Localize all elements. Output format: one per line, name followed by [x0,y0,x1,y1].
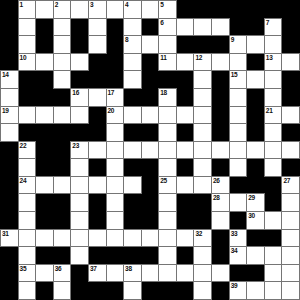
black-cell-r7c4 [71,124,88,141]
black-cell-r13c14 [247,230,264,247]
white-cell-r8c12[interactable] [212,142,229,159]
clue-number: 35 [20,265,27,272]
white-cell-r0c5[interactable]: 3 [89,1,106,18]
clue-number: 2 [55,1,58,8]
black-cell-r11c0 [1,194,18,211]
white-cell-r11c6[interactable] [107,194,124,211]
white-cell-r8c10[interactable] [177,142,194,159]
black-cell-r11c11 [194,194,211,211]
white-cell-r14c15[interactable] [265,247,282,264]
black-cell-r11c8 [142,194,159,211]
black-cell-r16c4 [71,282,88,299]
white-cell-r10c4[interactable] [71,177,88,194]
white-cell-r0c6[interactable] [107,1,124,18]
clue-number: 23 [72,142,79,149]
white-cell-r13c5[interactable] [89,230,106,247]
white-cell-r2c15[interactable] [265,36,282,53]
black-cell-r12c8 [142,212,159,229]
clue-number: 21 [266,107,273,114]
black-cell-r10c14 [247,177,264,194]
black-cell-r9c5 [89,159,106,176]
white-cell-r15c6[interactable] [107,265,124,282]
white-cell-r13c13[interactable]: 33 [230,230,247,247]
white-cell-r12c9[interactable] [159,212,176,229]
white-cell-r7c13[interactable] [230,124,247,141]
white-cell-r15c8[interactable] [142,265,159,282]
black-cell-r0c13 [230,1,247,18]
black-cell-r1c16 [282,19,299,36]
black-cell-r4c6 [107,71,124,88]
white-cell-r0c7[interactable]: 4 [124,1,141,18]
black-cell-r14c8 [142,247,159,264]
black-cell-r8c2 [36,142,53,159]
white-cell-r6c16[interactable] [282,107,299,124]
clue-number: 8 [125,36,128,43]
white-cell-r12c14[interactable]: 30 [247,212,264,229]
white-cell-r16c15[interactable] [265,282,282,299]
white-cell-r12c4[interactable] [71,212,88,229]
clue-number: 39 [231,282,238,289]
white-cell-r14c11[interactable] [194,247,211,264]
black-cell-r14c2 [36,247,53,264]
white-cell-r10c7[interactable] [124,177,141,194]
clue-number: 5 [160,1,163,8]
black-cell-r5c8 [142,89,159,106]
black-cell-r14c7 [124,247,141,264]
black-cell-r12c10 [177,212,194,229]
white-cell-r8c15[interactable] [265,142,282,159]
black-cell-r9c10 [177,159,194,176]
white-cell-r16c1[interactable] [19,282,36,299]
white-cell-r3c7[interactable] [124,54,141,71]
clue-number: 19 [2,107,9,114]
black-cell-r12c5 [89,212,106,229]
white-cell-r16c11[interactable] [194,282,211,299]
white-cell-r15c9[interactable] [159,265,176,282]
white-cell-r15c5[interactable]: 37 [89,265,106,282]
white-cell-r1c5[interactable] [89,19,106,36]
white-cell-r13c3[interactable] [54,230,71,247]
black-cell-r0c0 [1,1,18,18]
white-cell-r14c13[interactable]: 34 [230,247,247,264]
black-cell-r5c12 [212,89,229,106]
white-cell-r1c9[interactable]: 6 [159,19,176,36]
white-cell-r13c1[interactable] [19,230,36,247]
black-cell-r16c0 [1,282,18,299]
clue-number: 3 [90,1,93,8]
white-cell-r2c5[interactable] [89,36,106,53]
black-cell-r12c0 [1,212,18,229]
black-cell-r14c12 [212,247,229,264]
white-cell-r13c6[interactable] [107,230,124,247]
white-cell-r4c11[interactable] [194,71,211,88]
black-cell-r7c5 [89,124,106,141]
white-cell-r11c14[interactable]: 29 [247,194,264,211]
black-cell-r7c10 [177,124,194,141]
white-cell-r0c3[interactable]: 2 [54,1,71,18]
clue-number: 27 [283,177,290,184]
black-cell-r1c4 [71,19,88,36]
white-cell-r5c9[interactable]: 18 [159,89,176,106]
black-cell-r16c10 [177,282,194,299]
black-cell-r15c13 [230,265,247,282]
white-cell-r3c12[interactable] [212,54,229,71]
white-cell-r6c4[interactable] [71,107,88,124]
white-cell-r2c13[interactable]: 9 [230,36,247,53]
black-cell-r3c6 [107,54,124,71]
white-cell-r12c12[interactable] [212,212,229,229]
white-cell-r2c3[interactable] [54,36,71,53]
black-cell-r11c5 [89,194,106,211]
white-cell-r13c9[interactable] [159,230,176,247]
black-cell-r2c16 [282,36,299,53]
white-cell-r5c5[interactable] [89,89,106,106]
black-cell-r9c2 [36,159,53,176]
black-cell-r10c15 [265,177,282,194]
clue-number: 11 [160,54,166,61]
clue-number: 7 [266,19,269,26]
black-cell-r3c5 [89,54,106,71]
white-cell-r5c11[interactable] [194,89,211,106]
clue-number: 18 [160,89,167,96]
black-cell-r16c8 [142,282,159,299]
black-cell-r11c7 [124,194,141,211]
white-cell-r0c2[interactable] [36,1,53,18]
black-cell-r3c8 [142,54,159,71]
black-cell-r6c12 [212,107,229,124]
white-cell-r9c1[interactable] [19,159,36,176]
white-cell-r7c9[interactable] [159,124,176,141]
black-cell-r13c15 [265,230,282,247]
white-cell-r14c16[interactable] [282,247,299,264]
white-cell-r6c11[interactable] [194,107,211,124]
black-cell-r4c16 [282,71,299,88]
white-cell-r6c10[interactable] [177,107,194,124]
white-cell-r0c4[interactable] [71,1,88,18]
white-cell-r10c12[interactable]: 26 [212,177,229,194]
black-cell-r16c12 [212,282,229,299]
white-cell-r5c6[interactable]: 17 [107,89,124,106]
white-cell-r15c12[interactable] [212,265,229,282]
black-cell-r9c0 [1,159,18,176]
white-cell-r6c15[interactable]: 21 [265,107,282,124]
black-cell-r10c8 [142,177,159,194]
clue-number: 38 [125,265,132,272]
white-cell-r8c5[interactable] [89,142,106,159]
white-cell-r11c4[interactable] [71,194,88,211]
clue-number: 36 [55,265,62,272]
white-cell-r11c12[interactable]: 28 [212,194,229,211]
black-cell-r0c12 [212,1,229,18]
white-cell-r13c8[interactable] [142,230,159,247]
white-cell-r4c0[interactable]: 14 [1,71,18,88]
white-cell-r14c4[interactable] [71,247,88,264]
clue-number: 1 [20,1,23,8]
white-cell-r3c3[interactable] [54,54,71,71]
white-cell-r10c5[interactable] [89,177,106,194]
white-cell-r6c3[interactable] [54,107,71,124]
white-cell-r2c9[interactable] [159,36,176,53]
white-cell-r13c7[interactable] [124,230,141,247]
black-cell-r7c1 [19,124,36,141]
white-cell-r6c2[interactable] [36,107,53,124]
black-cell-r7c14 [247,124,264,141]
white-cell-r1c1[interactable] [19,19,36,36]
white-cell-r6c0[interactable]: 19 [1,107,18,124]
white-cell-r7c0[interactable] [1,124,18,141]
white-cell-r3c10[interactable] [177,54,194,71]
clue-number: 10 [20,54,27,61]
black-cell-r1c0 [1,19,18,36]
white-cell-r13c4[interactable] [71,230,88,247]
white-cell-r10c16[interactable]: 27 [282,177,299,194]
white-cell-r6c7[interactable] [124,107,141,124]
white-cell-r8c13[interactable] [230,142,247,159]
black-cell-r11c3 [54,194,71,211]
white-cell-r10c2[interactable] [36,177,53,194]
white-cell-r11c1[interactable] [19,194,36,211]
white-cell-r6c8[interactable] [142,107,159,124]
white-cell-r8c14[interactable] [247,142,264,159]
white-cell-r10c9[interactable]: 25 [159,177,176,194]
white-cell-r12c15[interactable] [265,212,282,229]
black-cell-r16c6 [107,282,124,299]
white-cell-r10c10[interactable] [177,177,194,194]
white-cell-r15c3[interactable]: 36 [54,265,71,282]
white-cell-r3c13[interactable] [230,54,247,71]
black-cell-r9c16 [282,159,299,176]
white-cell-r1c3[interactable] [54,19,71,36]
black-cell-r16c5 [89,282,106,299]
black-cell-r5c10 [177,89,194,106]
black-cell-r5c2 [36,89,53,106]
clue-number: 25 [160,177,167,184]
black-cell-r6c5 [89,107,106,124]
clue-number: 29 [248,194,255,201]
white-cell-r0c1[interactable]: 1 [19,1,36,18]
white-cell-r15c16[interactable] [282,265,299,282]
white-cell-r2c1[interactable] [19,36,36,53]
clue-number: 14 [2,71,9,78]
white-cell-r0c8[interactable] [142,1,159,18]
clue-number: 24 [20,177,27,184]
black-cell-r0c11 [194,1,211,18]
white-cell-r9c6[interactable] [107,159,124,176]
black-cell-r2c4 [71,36,88,53]
white-cell-r12c6[interactable] [107,212,124,229]
white-cell-r7c6[interactable] [107,124,124,141]
white-cell-r9c13[interactable] [230,159,247,176]
white-cell-r6c1[interactable] [19,107,36,124]
black-cell-r4c12 [212,71,229,88]
white-cell-r12c1[interactable] [19,212,36,229]
white-cell-r1c10[interactable] [177,19,194,36]
black-cell-r10c0 [1,177,18,194]
white-cell-r13c11[interactable]: 32 [194,230,211,247]
white-cell-r9c15[interactable] [265,159,282,176]
black-cell-r13c12 [212,230,229,247]
white-cell-r10c3[interactable] [54,177,71,194]
black-cell-r5c7 [124,89,141,106]
black-cell-r0c14 [247,1,264,18]
black-cell-r14c6 [107,247,124,264]
black-cell-r3c14 [247,54,264,71]
white-cell-r16c7[interactable] [124,282,141,299]
black-cell-r15c4 [71,265,88,282]
clue-number: 31 [2,230,9,237]
white-cell-r1c11[interactable] [194,19,211,36]
white-cell-r2c8[interactable] [142,36,159,53]
white-cell-r4c3[interactable] [54,71,71,88]
white-cell-r9c9[interactable] [159,159,176,176]
white-cell-r10c1[interactable]: 24 [19,177,36,194]
white-cell-r5c13[interactable] [230,89,247,106]
white-cell-r14c1[interactable] [19,247,36,264]
black-cell-r0c16 [282,1,299,18]
white-cell-r13c16[interactable] [282,230,299,247]
clue-number: 22 [20,142,27,149]
white-cell-r2c7[interactable]: 8 [124,36,141,53]
black-cell-r9c7 [124,159,141,176]
white-cell-r8c1[interactable]: 22 [19,142,36,159]
clue-number: 13 [266,54,273,61]
black-cell-r2c11 [194,36,211,53]
white-cell-r6c9[interactable] [159,107,176,124]
black-cell-r11c2 [36,194,53,211]
white-cell-r5c4[interactable]: 16 [71,89,88,106]
black-cell-r0c15 [265,1,282,18]
black-cell-r9c14 [247,159,264,176]
black-cell-r10c13 [230,177,247,194]
clue-number: 32 [195,230,202,237]
black-cell-r14c5 [89,247,106,264]
black-cell-r12c2 [36,212,53,229]
white-cell-r10c11[interactable] [194,177,211,194]
black-cell-r14c10 [177,247,194,264]
white-cell-r10c6[interactable] [107,177,124,194]
white-cell-r8c9[interactable] [159,142,176,159]
black-cell-r6c14 [247,107,264,124]
white-cell-r15c2[interactable] [36,265,53,282]
white-cell-r7c15[interactable] [265,124,282,141]
white-cell-r8c8[interactable] [142,142,159,159]
black-cell-r5c1 [19,89,36,106]
black-cell-r2c2 [36,36,53,53]
black-cell-r12c11 [194,212,211,229]
white-cell-r11c9[interactable] [159,194,176,211]
clue-number: 33 [231,230,238,237]
clue-number: 28 [213,194,220,201]
white-cell-r15c15[interactable] [265,265,282,282]
white-cell-r14c9[interactable] [159,247,176,264]
white-cell-r13c2[interactable] [36,230,53,247]
black-cell-r5c3 [54,89,71,106]
black-cell-r12c13 [230,212,247,229]
clue-number: 26 [213,177,220,184]
white-cell-r13c10[interactable] [177,230,194,247]
black-cell-r4c8 [142,71,159,88]
clue-number: 16 [72,89,79,96]
white-cell-r8c16[interactable] [282,142,299,159]
black-cell-r1c8 [142,19,159,36]
white-cell-r8c11[interactable] [194,142,211,159]
black-cell-r9c12 [212,159,229,176]
white-cell-r11c13[interactable] [230,194,247,211]
white-cell-r3c1[interactable]: 10 [19,54,36,71]
white-cell-r8c6[interactable] [107,142,124,159]
white-cell-r7c11[interactable] [194,124,211,141]
white-cell-r4c13[interactable]: 15 [230,71,247,88]
white-cell-r3c9[interactable]: 11 [159,54,176,71]
white-cell-r6c6[interactable]: 20 [107,107,124,124]
white-cell-r15c10[interactable] [177,265,194,282]
black-cell-r2c10 [177,36,194,53]
white-cell-r3c11[interactable]: 12 [194,54,211,71]
clue-number: 12 [195,54,202,61]
white-cell-r15c11[interactable] [194,265,211,282]
black-cell-r4c10 [177,71,194,88]
white-cell-r1c7[interactable] [124,19,141,36]
white-cell-r2c14[interactable] [247,36,264,53]
white-cell-r4c7[interactable] [124,71,141,88]
black-cell-r5c16 [282,89,299,106]
black-cell-r9c3 [54,159,71,176]
white-cell-r8c7[interactable] [124,142,141,159]
white-cell-r12c16[interactable] [282,212,299,229]
white-cell-r9c11[interactable] [194,159,211,176]
black-cell-r1c6 [107,19,124,36]
black-cell-r1c13 [230,19,247,36]
crossword-grid: 1234567891011121314151617181920212223242… [0,0,300,300]
white-cell-r0c9[interactable]: 5 [159,1,176,18]
white-cell-r1c12[interactable] [212,19,229,36]
black-cell-r7c2 [36,124,53,141]
white-cell-r13c0[interactable]: 31 [1,230,18,247]
white-cell-r8c4[interactable]: 23 [71,142,88,159]
black-cell-r11c15 [265,194,282,211]
white-cell-r16c16[interactable] [282,282,299,299]
white-cell-r15c7[interactable]: 38 [124,265,141,282]
white-cell-r16c13[interactable]: 39 [230,282,247,299]
white-cell-r11c16[interactable] [282,194,299,211]
clue-number: 17 [108,89,115,96]
white-cell-r14c14[interactable] [247,247,264,264]
black-cell-r1c14 [247,19,264,36]
white-cell-r4c14[interactable] [247,71,264,88]
white-cell-r3c2[interactable] [36,54,53,71]
white-cell-r3c15[interactable]: 13 [265,54,282,71]
white-cell-r16c3[interactable] [54,282,71,299]
black-cell-r4c1 [19,71,36,88]
clue-number: 20 [108,107,115,114]
black-cell-r16c2 [36,282,53,299]
white-cell-r5c15[interactable] [265,89,282,106]
white-cell-r3c16[interactable] [282,54,299,71]
white-cell-r4c15[interactable] [265,71,282,88]
black-cell-r14c0 [1,247,18,264]
white-cell-r6c13[interactable] [230,107,247,124]
white-cell-r15c1[interactable]: 35 [19,265,36,282]
white-cell-r1c15[interactable]: 7 [265,19,282,36]
clue-number: 6 [160,19,163,26]
white-cell-r5c0[interactable] [1,89,18,106]
white-cell-r3c4[interactable] [71,54,88,71]
black-cell-r7c7 [124,124,141,141]
black-cell-r3c0 [1,54,18,71]
white-cell-r16c14[interactable] [247,282,264,299]
black-cell-r4c9 [159,71,176,88]
white-cell-r9c4[interactable] [71,159,88,176]
